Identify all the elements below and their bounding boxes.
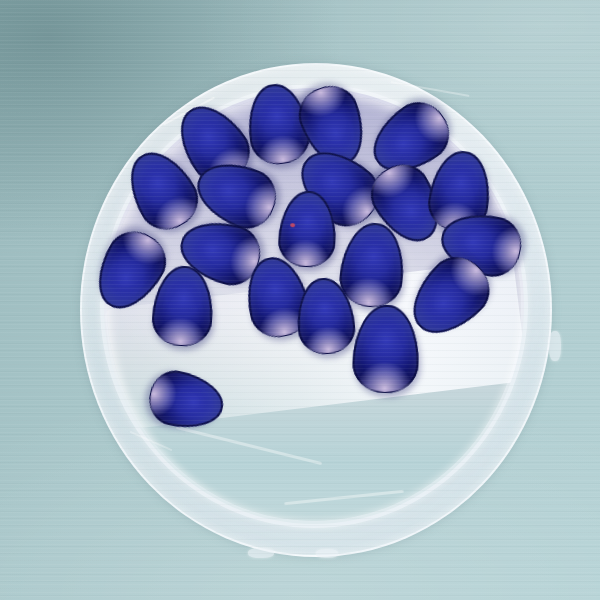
glass-bead bbox=[351, 304, 420, 394]
beads-layer bbox=[0, 0, 600, 600]
red-speck bbox=[290, 224, 295, 228]
photo-beads-in-container bbox=[0, 0, 600, 600]
glass-bead bbox=[145, 366, 228, 435]
